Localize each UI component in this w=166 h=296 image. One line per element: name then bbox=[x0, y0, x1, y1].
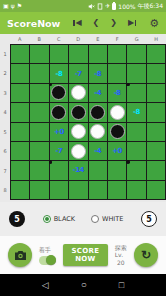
cell-c7[interactable] bbox=[50, 161, 68, 179]
cell-e2[interactable]: -8 bbox=[89, 64, 107, 82]
col-label-e: E bbox=[96, 36, 99, 42]
cell-f7[interactable] bbox=[108, 161, 126, 179]
cell-e7[interactable] bbox=[89, 161, 107, 179]
cell-h8[interactable] bbox=[147, 181, 165, 199]
search-level-label: 探索Lv. bbox=[115, 244, 127, 258]
cell-c3[interactable] bbox=[50, 84, 68, 102]
cell-a8[interactable] bbox=[11, 181, 29, 199]
move-toggle-label: 着手 bbox=[39, 246, 51, 255]
eval-c6: -7 bbox=[56, 147, 63, 155]
refresh-button[interactable]: ↻ bbox=[134, 243, 158, 267]
cell-f5[interactable] bbox=[108, 123, 126, 141]
home-icon: ○ bbox=[81, 279, 87, 290]
cell-f2[interactable] bbox=[108, 64, 126, 82]
cell-b2[interactable] bbox=[30, 64, 48, 82]
white-radio-icon bbox=[91, 215, 99, 223]
star-point bbox=[49, 160, 53, 164]
turn-radio-group: BLACK WHITE bbox=[43, 215, 124, 223]
black-radio-icon bbox=[43, 215, 51, 223]
row-label-4: 4 bbox=[3, 109, 6, 115]
white-score: 5 bbox=[146, 215, 152, 224]
airplane-mode-icon: ✈ bbox=[105, 3, 110, 9]
move-toggle-switch[interactable] bbox=[39, 256, 56, 265]
col-label-f: F bbox=[116, 36, 119, 42]
cell-c4[interactable] bbox=[50, 103, 68, 121]
cell-e3[interactable]: -4 bbox=[89, 84, 107, 102]
mute-icon bbox=[88, 3, 95, 10]
black-disc bbox=[71, 105, 86, 120]
eval-e6: -4 bbox=[94, 147, 101, 155]
eval-g4: -8 bbox=[133, 108, 140, 116]
search-level-group: 探索Lv. 20 bbox=[115, 244, 127, 266]
black-radio-option[interactable]: BLACK bbox=[43, 215, 75, 223]
cell-h4[interactable] bbox=[147, 103, 165, 121]
bottom-controls: 着手 SCORE NOW 探索Lv. 20 ↻ bbox=[0, 236, 166, 274]
col-label-b: B bbox=[38, 36, 41, 42]
settings-button[interactable]: ⚙ bbox=[149, 18, 159, 29]
cell-g1[interactable] bbox=[127, 45, 145, 63]
col-label-a: A bbox=[18, 36, 21, 42]
first-move-button[interactable]: ◀ bbox=[73, 19, 81, 27]
cell-f8[interactable] bbox=[108, 181, 126, 199]
row-label-7: 7 bbox=[3, 168, 6, 174]
cell-e1[interactable] bbox=[89, 45, 107, 63]
cell-h2[interactable] bbox=[147, 64, 165, 82]
board-area: ABCDEFGH 12345678 -8-7-8-4-8-8+0-7-4+0-1… bbox=[0, 34, 166, 202]
cell-b6[interactable] bbox=[30, 142, 48, 160]
eval-c2: -8 bbox=[56, 70, 63, 78]
black-radio-label: BLACK bbox=[54, 215, 75, 223]
cell-d5[interactable] bbox=[69, 123, 87, 141]
cell-c2[interactable]: -8 bbox=[50, 64, 68, 82]
cell-b7[interactable] bbox=[30, 161, 48, 179]
cell-f3[interactable]: -8 bbox=[108, 84, 126, 102]
row-label-1: 1 bbox=[3, 51, 6, 57]
row-label-6: 6 bbox=[3, 148, 6, 154]
cell-b4[interactable] bbox=[30, 103, 48, 121]
white-disc bbox=[110, 105, 125, 120]
cell-a6[interactable] bbox=[11, 142, 29, 160]
last-move-button[interactable]: ▶ bbox=[128, 19, 136, 27]
cell-b5[interactable] bbox=[30, 123, 48, 141]
cell-f1[interactable] bbox=[108, 45, 126, 63]
usb-icon: ψ bbox=[11, 3, 15, 9]
row-label-8: 8 bbox=[3, 187, 6, 193]
star-point bbox=[49, 83, 53, 87]
cell-c6[interactable]: -7 bbox=[50, 142, 68, 160]
status-time: 午後6:34 bbox=[138, 2, 163, 11]
cell-h7[interactable] bbox=[147, 161, 165, 179]
refresh-icon: ↻ bbox=[141, 249, 151, 261]
next-move-button[interactable]: ❯ bbox=[110, 19, 117, 27]
eval-e2: -8 bbox=[94, 70, 101, 78]
white-disc bbox=[71, 124, 86, 139]
black-disc bbox=[90, 105, 105, 120]
recents-icon: □ bbox=[119, 280, 124, 290]
black-disc bbox=[51, 85, 66, 100]
phone-screen: ▣ ψ ⚑ ✈ 100% 午後6:34 ScoreNow ◀ bbox=[0, 0, 166, 296]
row-labels: 12345678 bbox=[0, 44, 10, 200]
move-toggle-group: 着手 bbox=[39, 246, 56, 265]
cell-b8[interactable] bbox=[30, 181, 48, 199]
cell-e5[interactable] bbox=[89, 123, 107, 141]
switch-thumb bbox=[46, 255, 56, 265]
cell-d7[interactable]: -14 bbox=[69, 161, 87, 179]
cell-c1[interactable] bbox=[50, 45, 68, 63]
cell-c5[interactable]: +0 bbox=[50, 123, 68, 141]
column-labels: ABCDEFGH bbox=[10, 34, 166, 44]
cell-h1[interactable] bbox=[147, 45, 165, 63]
battery-icon bbox=[112, 3, 116, 10]
row-label-3: 3 bbox=[3, 90, 6, 96]
cell-f6[interactable]: +0 bbox=[108, 142, 126, 160]
cell-a4[interactable] bbox=[11, 103, 29, 121]
android-nav-bar: ◁ ○ □ bbox=[0, 274, 166, 296]
last-move-icon: ▶ bbox=[128, 19, 134, 27]
star-point bbox=[126, 160, 130, 164]
camera-button[interactable] bbox=[8, 243, 32, 267]
next-move-icon: ❯ bbox=[110, 19, 117, 27]
cell-f4[interactable] bbox=[108, 103, 126, 121]
cell-g4[interactable]: -8 bbox=[127, 103, 145, 121]
battery-percent: 100% bbox=[118, 3, 135, 10]
cell-d8[interactable] bbox=[69, 181, 87, 199]
cell-a1[interactable] bbox=[11, 45, 29, 63]
white-radio-option[interactable]: WHITE bbox=[91, 215, 123, 223]
star-point bbox=[126, 83, 130, 87]
col-label-c: C bbox=[57, 36, 61, 42]
white-disc bbox=[90, 124, 105, 139]
last-move-bar-icon bbox=[135, 20, 137, 26]
row-label-5: 5 bbox=[3, 129, 6, 135]
eval-f6: +0 bbox=[112, 147, 122, 155]
cell-e8[interactable] bbox=[89, 181, 107, 199]
cell-d1[interactable] bbox=[69, 45, 87, 63]
cell-h6[interactable] bbox=[147, 142, 165, 160]
eval-d2: -7 bbox=[75, 70, 82, 78]
cell-d4[interactable] bbox=[69, 103, 87, 121]
col-label-g: G bbox=[135, 36, 139, 42]
cell-g3[interactable] bbox=[127, 84, 145, 102]
cell-g2[interactable] bbox=[127, 64, 145, 82]
screenshot-icon: ▣ bbox=[3, 3, 9, 9]
cell-g8[interactable] bbox=[127, 181, 145, 199]
app-title: ScoreNow bbox=[7, 18, 60, 29]
black-score: 5 bbox=[14, 215, 20, 224]
cell-g5[interactable] bbox=[127, 123, 145, 141]
othello-board: -8-7-8-4-8-8+0-7-4+0-14 bbox=[10, 44, 166, 200]
row-label-2: 2 bbox=[3, 70, 6, 76]
white-disc bbox=[71, 144, 86, 159]
no-sim-icon bbox=[97, 3, 103, 10]
cell-g7[interactable] bbox=[127, 161, 145, 179]
move-nav-buttons: ◀ ❮ ❯ ▶ bbox=[73, 19, 136, 27]
white-disc bbox=[71, 85, 86, 100]
camera-icon bbox=[14, 250, 27, 261]
cell-h5[interactable] bbox=[147, 123, 165, 141]
cell-d3[interactable] bbox=[69, 84, 87, 102]
location-icon: ⚑ bbox=[17, 3, 22, 9]
first-move-icon: ◀ bbox=[75, 19, 81, 27]
status-right-icons: ✈ 100% 午後6:34 bbox=[88, 2, 163, 11]
cell-d6[interactable] bbox=[69, 142, 87, 160]
cell-a3[interactable] bbox=[11, 84, 29, 102]
previous-move-icon: ❮ bbox=[93, 19, 100, 27]
cell-g6[interactable] bbox=[127, 142, 145, 160]
cell-a2[interactable] bbox=[11, 64, 29, 82]
eval-c5: +0 bbox=[54, 128, 64, 136]
black-disc bbox=[51, 105, 66, 120]
score-now-button[interactable]: SCORE NOW bbox=[63, 244, 108, 266]
previous-move-button[interactable]: ❮ bbox=[93, 19, 100, 27]
cell-e6[interactable]: -4 bbox=[89, 142, 107, 160]
cell-h3[interactable] bbox=[147, 84, 165, 102]
app-bar: ScoreNow ◀ ❮ ❯ ▶ ⚙ bbox=[0, 12, 166, 34]
cell-a7[interactable] bbox=[11, 161, 29, 179]
cell-a5[interactable] bbox=[11, 123, 29, 141]
eval-d7: -14 bbox=[73, 166, 84, 174]
android-recents-button[interactable]: □ bbox=[119, 281, 124, 290]
white-score-disc: 5 bbox=[141, 211, 157, 227]
cell-b3[interactable] bbox=[30, 84, 48, 102]
black-disc bbox=[110, 124, 125, 139]
cell-b1[interactable] bbox=[30, 45, 48, 63]
status-bar: ▣ ψ ⚑ ✈ 100% 午後6:34 bbox=[0, 0, 166, 12]
cell-c8[interactable] bbox=[50, 181, 68, 199]
black-score-disc: 5 bbox=[9, 211, 25, 227]
search-level-value: 20 bbox=[117, 259, 125, 266]
eval-e3: -4 bbox=[94, 89, 101, 97]
white-radio-label: WHITE bbox=[102, 215, 123, 223]
status-left-icons: ▣ ψ ⚑ bbox=[3, 3, 22, 9]
cell-d2[interactable]: -7 bbox=[69, 64, 87, 82]
col-label-h: H bbox=[154, 36, 158, 42]
eval-f3: -8 bbox=[114, 89, 121, 97]
gear-icon: ⚙ bbox=[149, 17, 159, 29]
cell-e4[interactable] bbox=[89, 103, 107, 121]
col-label-d: D bbox=[76, 36, 80, 42]
score-row: 5 BLACK WHITE 5 bbox=[0, 202, 166, 236]
back-icon: ◁ bbox=[42, 280, 49, 290]
android-back-button[interactable]: ◁ bbox=[42, 281, 49, 290]
android-home-button[interactable]: ○ bbox=[81, 280, 87, 290]
